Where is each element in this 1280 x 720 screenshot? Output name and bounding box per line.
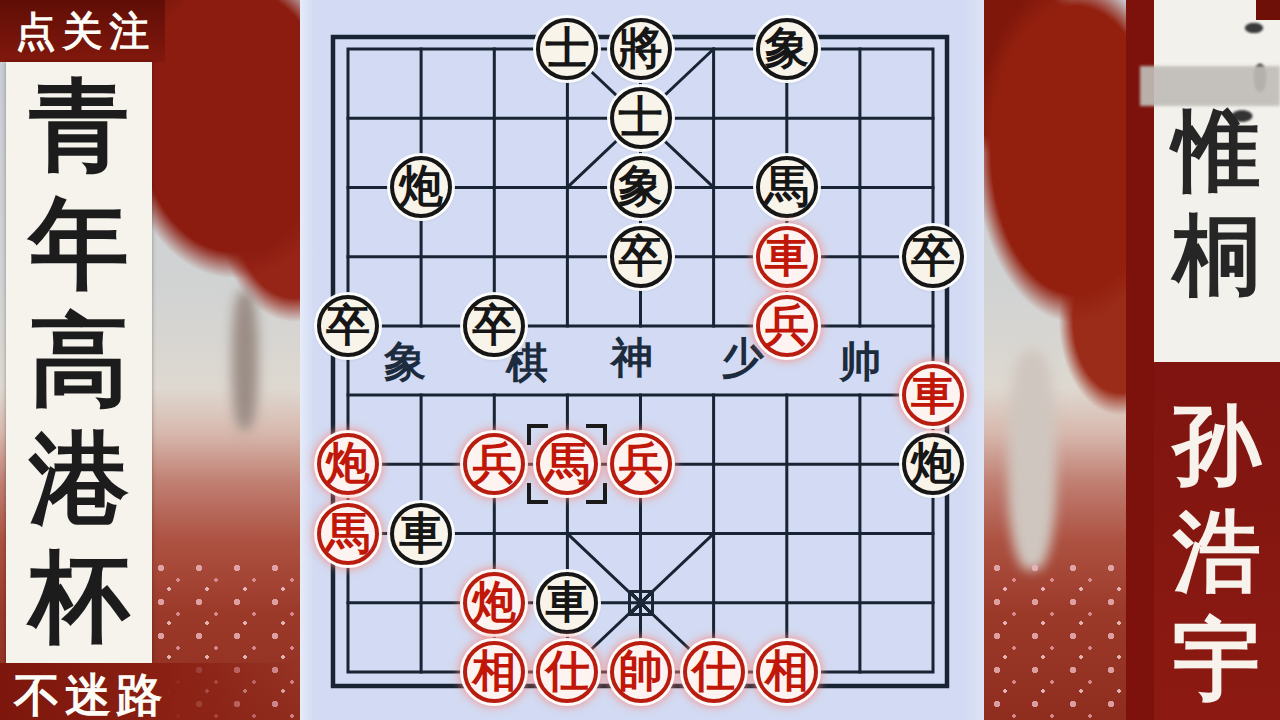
piece-black-炮[interactable]: 炮 bbox=[390, 156, 452, 218]
player-bottom-banner: 孙 浩 宇 bbox=[1154, 362, 1280, 720]
piece-black-士[interactable]: 士 bbox=[610, 87, 672, 149]
no-lost-banner: 不迷路 bbox=[0, 663, 300, 720]
piece-black-卒[interactable]: 卒 bbox=[902, 226, 964, 288]
blur-overlay bbox=[1140, 66, 1280, 106]
screenshot-stage: 点关注 青 年 高 港 杯 不迷路 象 棋 神 少 bbox=[0, 0, 1280, 720]
piece-red-兵[interactable]: 兵 bbox=[610, 433, 672, 495]
event-title-char: 青 bbox=[29, 73, 129, 181]
piece-red-馬[interactable]: 馬 bbox=[536, 433, 598, 495]
pieces-layer: 士將象士炮象馬卒卒卒卒炮車車車兵車炮兵馬兵馬炮相仕帥仕相 bbox=[300, 0, 984, 720]
piece-red-仕[interactable]: 仕 bbox=[683, 641, 745, 703]
piece-black-象[interactable]: 象 bbox=[756, 18, 818, 80]
follow-banner-text: 点关注 bbox=[9, 4, 157, 59]
player-bottom-char: 宇 bbox=[1173, 607, 1261, 714]
piece-red-兵[interactable]: 兵 bbox=[463, 433, 525, 495]
piece-black-士[interactable]: 士 bbox=[536, 18, 598, 80]
piece-black-卒[interactable]: 卒 bbox=[610, 226, 672, 288]
piece-black-卒[interactable]: 卒 bbox=[463, 295, 525, 357]
piece-red-車[interactable]: 車 bbox=[756, 226, 818, 288]
player-top-banner: 惟 桐 bbox=[1154, 0, 1280, 362]
player-bottom-char: 孙 bbox=[1173, 392, 1261, 499]
event-title-banner: 青 年 高 港 杯 bbox=[6, 62, 152, 663]
piece-black-炮[interactable]: 炮 bbox=[902, 433, 964, 495]
piece-black-將[interactable]: 將 bbox=[610, 18, 672, 80]
piece-red-相[interactable]: 相 bbox=[756, 641, 818, 703]
piece-black-象[interactable]: 象 bbox=[610, 156, 672, 218]
piece-red-車[interactable]: 車 bbox=[902, 364, 964, 426]
piece-black-車[interactable]: 車 bbox=[536, 572, 598, 634]
piece-red-炮[interactable]: 炮 bbox=[317, 433, 379, 495]
piece-red-相[interactable]: 相 bbox=[463, 641, 525, 703]
player-bottom-char: 浩 bbox=[1173, 499, 1261, 606]
event-title-char: 高 bbox=[29, 308, 129, 416]
piece-red-炮[interactable]: 炮 bbox=[463, 572, 525, 634]
piece-red-馬[interactable]: 馬 bbox=[317, 503, 379, 565]
event-title-char: 港 bbox=[29, 426, 129, 534]
right-divider-strip bbox=[1126, 0, 1154, 720]
piece-black-卒[interactable]: 卒 bbox=[317, 295, 379, 357]
piece-black-車[interactable]: 車 bbox=[390, 503, 452, 565]
last-move-from-marker bbox=[628, 590, 654, 616]
left-tree-trunk bbox=[232, 290, 258, 430]
piece-red-帥[interactable]: 帥 bbox=[610, 641, 672, 703]
player-top-char: 惟 bbox=[1173, 100, 1261, 204]
event-title-char: 年 bbox=[29, 191, 129, 299]
piece-red-兵[interactable]: 兵 bbox=[756, 295, 818, 357]
xiangqi-board[interactable]: 象 棋 神 少 帅 士將象士炮象馬卒卒卒卒炮車車車兵車炮兵馬兵馬炮相仕帥仕相 bbox=[300, 0, 984, 720]
follow-banner: 点关注 bbox=[0, 0, 165, 62]
no-lost-banner-text: 不迷路 bbox=[14, 665, 167, 720]
piece-red-仕[interactable]: 仕 bbox=[536, 641, 598, 703]
event-title-char: 杯 bbox=[29, 544, 129, 652]
corner-decoration bbox=[1256, 0, 1280, 20]
right-tree-trunk bbox=[1008, 350, 1056, 570]
piece-black-馬[interactable]: 馬 bbox=[756, 156, 818, 218]
player-top-char: 桐 bbox=[1173, 204, 1261, 308]
